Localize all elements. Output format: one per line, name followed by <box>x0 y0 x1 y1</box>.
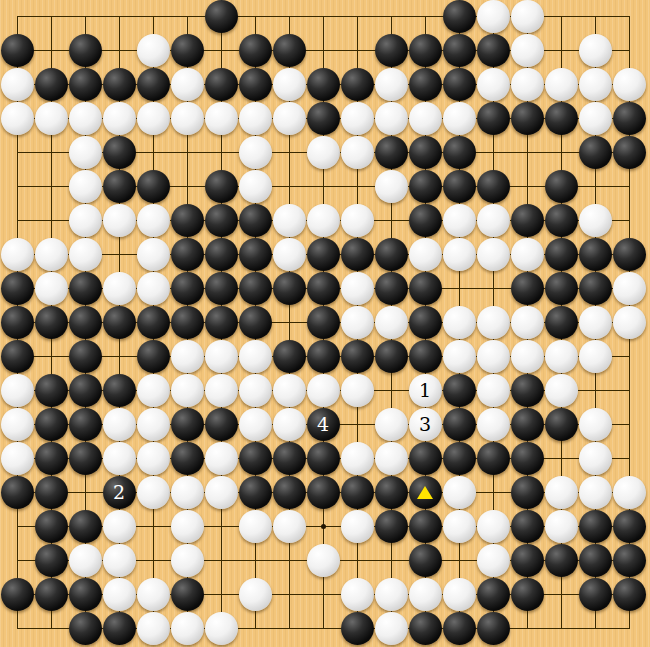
black-stone[interactable] <box>69 442 102 475</box>
black-stone[interactable] <box>579 544 612 577</box>
white-stone[interactable] <box>171 68 204 101</box>
black-stone[interactable] <box>205 204 238 237</box>
white-stone[interactable] <box>103 272 136 305</box>
black-stone[interactable] <box>511 272 544 305</box>
black-stone[interactable] <box>205 272 238 305</box>
white-stone[interactable] <box>443 476 476 509</box>
move-number-label: 4 <box>317 415 329 434</box>
black-stone[interactable] <box>103 68 136 101</box>
white-stone[interactable] <box>69 544 102 577</box>
white-stone[interactable] <box>477 306 510 339</box>
white-stone[interactable] <box>477 544 510 577</box>
white-stone[interactable] <box>171 544 204 577</box>
black-stone[interactable] <box>613 510 646 543</box>
black-stone[interactable] <box>511 578 544 611</box>
white-stone[interactable] <box>579 204 612 237</box>
white-stone[interactable] <box>477 374 510 407</box>
black-stone[interactable] <box>579 510 612 543</box>
white-stone[interactable] <box>375 578 408 611</box>
white-stone[interactable] <box>103 102 136 135</box>
white-stone[interactable] <box>613 476 646 509</box>
black-stone[interactable] <box>69 272 102 305</box>
black-stone[interactable] <box>69 612 102 645</box>
black-stone[interactable] <box>443 408 476 441</box>
white-stone[interactable] <box>579 340 612 373</box>
black-stone[interactable] <box>103 136 136 169</box>
black-stone[interactable] <box>341 238 374 271</box>
white-stone[interactable] <box>239 170 272 203</box>
white-stone[interactable] <box>341 136 374 169</box>
white-stone[interactable] <box>239 510 272 543</box>
black-stone[interactable] <box>239 272 272 305</box>
black-stone[interactable] <box>443 34 476 67</box>
white-stone[interactable] <box>579 476 612 509</box>
black-stone[interactable] <box>1 34 34 67</box>
black-stone[interactable] <box>511 204 544 237</box>
black-stone[interactable] <box>239 306 272 339</box>
white-stone[interactable] <box>307 374 340 407</box>
white-stone[interactable] <box>511 238 544 271</box>
white-stone[interactable] <box>477 340 510 373</box>
black-stone[interactable] <box>137 68 170 101</box>
white-stone[interactable] <box>443 306 476 339</box>
black-stone[interactable] <box>409 544 442 577</box>
black-stone[interactable] <box>239 68 272 101</box>
black-stone[interactable] <box>409 612 442 645</box>
black-stone[interactable] <box>545 544 578 577</box>
black-stone[interactable] <box>1 476 34 509</box>
black-stone[interactable] <box>545 102 578 135</box>
black-stone[interactable] <box>1 306 34 339</box>
white-stone[interactable] <box>511 0 544 33</box>
black-stone[interactable] <box>273 340 306 373</box>
white-stone[interactable] <box>239 408 272 441</box>
white-stone[interactable] <box>205 442 238 475</box>
black-stone[interactable] <box>443 170 476 203</box>
white-stone[interactable] <box>103 442 136 475</box>
black-stone[interactable] <box>137 170 170 203</box>
black-stone[interactable] <box>35 544 68 577</box>
white-stone[interactable] <box>35 102 68 135</box>
move-number-label: 1 <box>419 381 431 400</box>
white-stone[interactable] <box>375 408 408 441</box>
black-stone[interactable] <box>409 340 442 373</box>
black-stone[interactable] <box>35 442 68 475</box>
white-stone[interactable] <box>137 272 170 305</box>
white-stone[interactable] <box>137 374 170 407</box>
black-stone[interactable] <box>239 204 272 237</box>
white-stone[interactable] <box>205 374 238 407</box>
white-stone[interactable] <box>171 340 204 373</box>
black-stone[interactable] <box>171 306 204 339</box>
black-stone[interactable] <box>613 238 646 271</box>
white-stone[interactable] <box>239 374 272 407</box>
white-stone[interactable] <box>375 170 408 203</box>
white-stone[interactable] <box>545 476 578 509</box>
white-stone[interactable] <box>137 408 170 441</box>
white-stone[interactable] <box>511 340 544 373</box>
white-stone[interactable] <box>375 442 408 475</box>
black-stone[interactable] <box>613 544 646 577</box>
white-stone[interactable] <box>1 238 34 271</box>
black-stone[interactable] <box>375 34 408 67</box>
black-stone[interactable] <box>35 408 68 441</box>
black-stone[interactable] <box>69 68 102 101</box>
white-stone[interactable] <box>69 204 102 237</box>
black-stone[interactable] <box>341 68 374 101</box>
white-stone[interactable] <box>443 578 476 611</box>
black-stone[interactable] <box>171 238 204 271</box>
move-number-label: 2 <box>113 483 125 502</box>
white-stone[interactable] <box>69 102 102 135</box>
white-stone[interactable] <box>579 408 612 441</box>
white-stone[interactable] <box>103 510 136 543</box>
white-stone[interactable] <box>341 306 374 339</box>
black-stone[interactable] <box>545 204 578 237</box>
white-stone[interactable] <box>375 68 408 101</box>
black-stone[interactable] <box>239 476 272 509</box>
white-stone[interactable] <box>205 612 238 645</box>
white-stone[interactable] <box>477 68 510 101</box>
black-stone[interactable] <box>409 272 442 305</box>
black-stone[interactable] <box>205 0 238 33</box>
black-stone[interactable] <box>477 102 510 135</box>
black-stone[interactable] <box>613 102 646 135</box>
black-stone[interactable] <box>409 136 442 169</box>
white-stone[interactable] <box>273 238 306 271</box>
black-stone[interactable] <box>443 612 476 645</box>
white-stone[interactable] <box>375 306 408 339</box>
black-stone[interactable] <box>443 0 476 33</box>
white-stone[interactable] <box>205 476 238 509</box>
white-stone[interactable] <box>137 612 170 645</box>
white-stone[interactable] <box>579 442 612 475</box>
white-stone[interactable] <box>273 204 306 237</box>
white-stone[interactable] <box>443 238 476 271</box>
black-stone[interactable] <box>375 272 408 305</box>
black-stone[interactable] <box>443 374 476 407</box>
white-stone[interactable] <box>307 136 340 169</box>
black-stone[interactable] <box>409 442 442 475</box>
black-stone[interactable] <box>443 136 476 169</box>
black-stone[interactable] <box>205 238 238 271</box>
black-stone[interactable] <box>1 272 34 305</box>
white-stone[interactable] <box>103 204 136 237</box>
white-stone[interactable] <box>103 578 136 611</box>
white-stone[interactable] <box>511 68 544 101</box>
triangle-marker <box>417 486 433 499</box>
black-stone[interactable] <box>103 306 136 339</box>
black-stone[interactable] <box>307 102 340 135</box>
white-stone[interactable] <box>171 476 204 509</box>
black-stone[interactable] <box>1 578 34 611</box>
black-stone[interactable] <box>35 306 68 339</box>
black-stone[interactable] <box>171 272 204 305</box>
black-stone[interactable] <box>239 34 272 67</box>
white-stone[interactable] <box>409 578 442 611</box>
black-stone[interactable] <box>239 238 272 271</box>
black-stone[interactable] <box>579 136 612 169</box>
white-stone[interactable] <box>239 340 272 373</box>
black-stone[interactable] <box>307 306 340 339</box>
black-stone[interactable] <box>545 272 578 305</box>
white-stone[interactable] <box>443 102 476 135</box>
white-stone[interactable] <box>443 204 476 237</box>
white-stone[interactable] <box>545 374 578 407</box>
black-stone[interactable] <box>477 170 510 203</box>
black-stone[interactable] <box>69 34 102 67</box>
black-stone[interactable] <box>477 612 510 645</box>
black-stone[interactable] <box>307 442 340 475</box>
white-stone[interactable] <box>375 612 408 645</box>
white-stone[interactable] <box>477 510 510 543</box>
go-board[interactable]: 1432 <box>0 0 650 647</box>
white-stone[interactable] <box>69 170 102 203</box>
black-stone[interactable] <box>103 170 136 203</box>
black-stone[interactable] <box>409 34 442 67</box>
white-stone[interactable] <box>137 238 170 271</box>
white-stone[interactable] <box>137 578 170 611</box>
black-stone[interactable] <box>341 612 374 645</box>
white-stone[interactable] <box>409 102 442 135</box>
white-stone[interactable] <box>1 68 34 101</box>
white-stone[interactable] <box>375 102 408 135</box>
black-stone[interactable] <box>545 408 578 441</box>
black-stone[interactable] <box>307 68 340 101</box>
white-stone[interactable] <box>613 306 646 339</box>
black-stone[interactable] <box>205 170 238 203</box>
white-stone[interactable] <box>273 510 306 543</box>
white-stone[interactable] <box>409 238 442 271</box>
black-stone[interactable] <box>545 238 578 271</box>
white-stone[interactable] <box>171 102 204 135</box>
black-stone[interactable] <box>273 34 306 67</box>
white-stone[interactable] <box>1 442 34 475</box>
white-stone[interactable] <box>579 34 612 67</box>
white-stone[interactable] <box>341 442 374 475</box>
black-stone[interactable] <box>545 306 578 339</box>
white-stone[interactable] <box>137 34 170 67</box>
black-stone[interactable] <box>579 272 612 305</box>
white-stone[interactable] <box>477 204 510 237</box>
white-stone[interactable] <box>341 578 374 611</box>
black-stone[interactable] <box>375 238 408 271</box>
black-stone[interactable] <box>273 476 306 509</box>
white-stone[interactable] <box>137 442 170 475</box>
black-stone[interactable] <box>171 34 204 67</box>
black-stone[interactable] <box>477 578 510 611</box>
black-stone[interactable] <box>409 170 442 203</box>
white-stone[interactable] <box>273 102 306 135</box>
white-stone[interactable] <box>579 68 612 101</box>
white-stone[interactable] <box>613 68 646 101</box>
white-stone[interactable] <box>35 238 68 271</box>
white-stone[interactable] <box>103 544 136 577</box>
white-stone[interactable] <box>239 136 272 169</box>
black-stone[interactable] <box>477 34 510 67</box>
black-stone[interactable] <box>69 510 102 543</box>
white-stone[interactable] <box>273 68 306 101</box>
black-stone[interactable]: 4 <box>307 408 340 441</box>
white-stone[interactable] <box>477 408 510 441</box>
white-stone[interactable] <box>239 578 272 611</box>
white-stone[interactable] <box>137 476 170 509</box>
white-stone[interactable] <box>341 510 374 543</box>
white-stone[interactable] <box>137 204 170 237</box>
black-stone[interactable] <box>375 136 408 169</box>
black-stone[interactable] <box>307 272 340 305</box>
black-stone[interactable] <box>341 340 374 373</box>
black-stone[interactable] <box>511 374 544 407</box>
black-stone[interactable] <box>35 68 68 101</box>
white-stone[interactable] <box>1 102 34 135</box>
white-stone[interactable] <box>205 102 238 135</box>
black-stone[interactable] <box>511 102 544 135</box>
white-stone[interactable]: 3 <box>409 408 442 441</box>
white-stone[interactable] <box>579 102 612 135</box>
white-stone[interactable] <box>69 136 102 169</box>
white-stone[interactable] <box>341 102 374 135</box>
black-stone[interactable] <box>511 510 544 543</box>
black-stone[interactable] <box>545 170 578 203</box>
white-stone[interactable] <box>477 238 510 271</box>
black-stone[interactable] <box>171 204 204 237</box>
black-stone[interactable] <box>171 442 204 475</box>
black-stone[interactable] <box>205 68 238 101</box>
white-stone[interactable] <box>273 408 306 441</box>
black-stone[interactable]: 2 <box>103 476 136 509</box>
black-stone[interactable] <box>443 442 476 475</box>
white-stone[interactable] <box>545 68 578 101</box>
white-stone[interactable] <box>545 340 578 373</box>
white-stone[interactable] <box>341 272 374 305</box>
black-stone[interactable] <box>409 68 442 101</box>
white-stone[interactable] <box>273 374 306 407</box>
black-stone[interactable] <box>511 476 544 509</box>
white-stone[interactable] <box>171 374 204 407</box>
black-stone[interactable] <box>69 340 102 373</box>
black-stone[interactable] <box>307 238 340 271</box>
white-stone[interactable] <box>171 612 204 645</box>
white-stone[interactable] <box>69 238 102 271</box>
black-stone[interactable] <box>35 476 68 509</box>
white-stone[interactable] <box>239 102 272 135</box>
black-stone[interactable] <box>239 442 272 475</box>
white-stone[interactable] <box>1 408 34 441</box>
black-stone[interactable] <box>273 272 306 305</box>
black-stone[interactable] <box>443 68 476 101</box>
black-stone[interactable] <box>35 510 68 543</box>
black-stone[interactable] <box>69 306 102 339</box>
white-stone[interactable]: 1 <box>409 374 442 407</box>
white-stone[interactable] <box>1 374 34 407</box>
white-stone[interactable] <box>205 340 238 373</box>
black-stone[interactable] <box>613 578 646 611</box>
black-stone[interactable] <box>103 612 136 645</box>
black-stone[interactable] <box>511 442 544 475</box>
black-stone[interactable] <box>137 340 170 373</box>
black-stone[interactable] <box>579 238 612 271</box>
white-stone[interactable] <box>307 204 340 237</box>
black-stone[interactable] <box>69 374 102 407</box>
black-stone[interactable] <box>307 476 340 509</box>
white-stone[interactable] <box>511 34 544 67</box>
black-stone[interactable] <box>511 408 544 441</box>
black-stone[interactable] <box>69 578 102 611</box>
black-stone[interactable] <box>103 374 136 407</box>
white-stone[interactable] <box>443 340 476 373</box>
white-stone[interactable] <box>171 510 204 543</box>
black-stone[interactable] <box>35 374 68 407</box>
black-stone[interactable] <box>477 442 510 475</box>
black-stone[interactable] <box>375 510 408 543</box>
black-stone[interactable] <box>1 340 34 373</box>
black-stone[interactable] <box>307 340 340 373</box>
black-stone[interactable] <box>409 510 442 543</box>
black-stone[interactable] <box>579 578 612 611</box>
black-stone[interactable] <box>511 544 544 577</box>
black-stone[interactable] <box>273 442 306 475</box>
white-stone[interactable] <box>579 306 612 339</box>
black-stone[interactable] <box>409 306 442 339</box>
black-stone[interactable] <box>69 408 102 441</box>
white-stone[interactable] <box>545 510 578 543</box>
star-point <box>321 524 326 529</box>
black-stone[interactable] <box>613 136 646 169</box>
black-stone[interactable] <box>375 340 408 373</box>
white-stone[interactable] <box>443 510 476 543</box>
white-stone[interactable] <box>35 272 68 305</box>
black-stone[interactable] <box>409 204 442 237</box>
white-stone[interactable] <box>137 102 170 135</box>
black-stone[interactable] <box>409 476 442 509</box>
black-stone[interactable] <box>171 578 204 611</box>
white-stone[interactable] <box>103 408 136 441</box>
black-stone[interactable] <box>137 306 170 339</box>
black-stone[interactable] <box>341 476 374 509</box>
white-stone[interactable] <box>341 204 374 237</box>
black-stone[interactable] <box>205 306 238 339</box>
black-stone[interactable] <box>205 408 238 441</box>
black-stone[interactable] <box>375 476 408 509</box>
move-number-label: 3 <box>419 415 431 434</box>
white-stone[interactable] <box>511 306 544 339</box>
white-stone[interactable] <box>477 0 510 33</box>
white-stone[interactable] <box>613 272 646 305</box>
white-stone[interactable] <box>341 374 374 407</box>
black-stone[interactable] <box>35 578 68 611</box>
black-stone[interactable] <box>171 408 204 441</box>
white-stone[interactable] <box>307 544 340 577</box>
